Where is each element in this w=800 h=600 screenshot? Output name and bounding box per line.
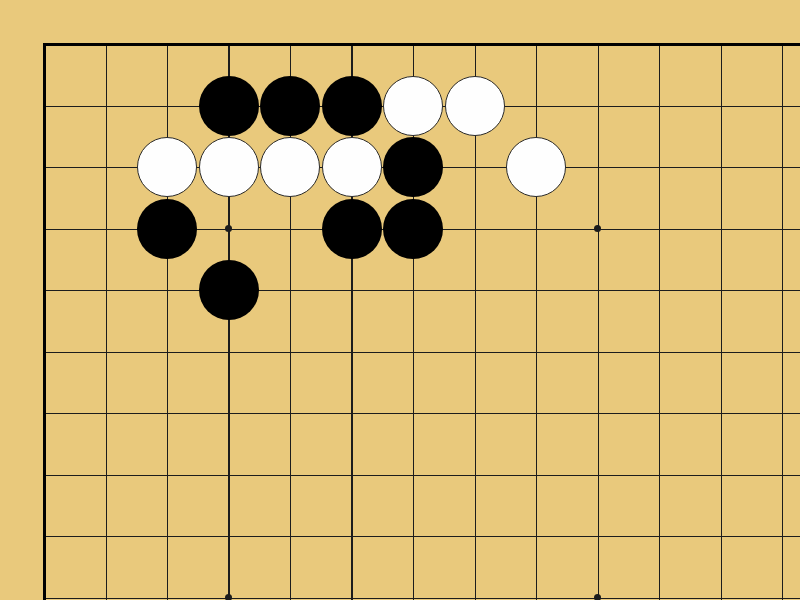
star-point (594, 225, 601, 232)
star-point (594, 594, 601, 600)
stone-white (260, 137, 320, 197)
go-board[interactable] (0, 0, 800, 600)
stone-black (137, 199, 197, 259)
stone-white (445, 76, 505, 136)
stone-black (322, 76, 382, 136)
stone-white (199, 137, 259, 197)
stone-black (383, 137, 443, 197)
stone-white (506, 137, 566, 197)
stone-black (199, 76, 259, 136)
stone-black (199, 260, 259, 320)
star-point (225, 594, 232, 600)
stone-black (260, 76, 320, 136)
stone-black (383, 199, 443, 259)
stone-white (137, 137, 197, 197)
star-point (225, 225, 232, 232)
stone-white (322, 137, 382, 197)
stone-white (383, 76, 443, 136)
stones-grid (13, 13, 800, 600)
stone-black (322, 199, 382, 259)
